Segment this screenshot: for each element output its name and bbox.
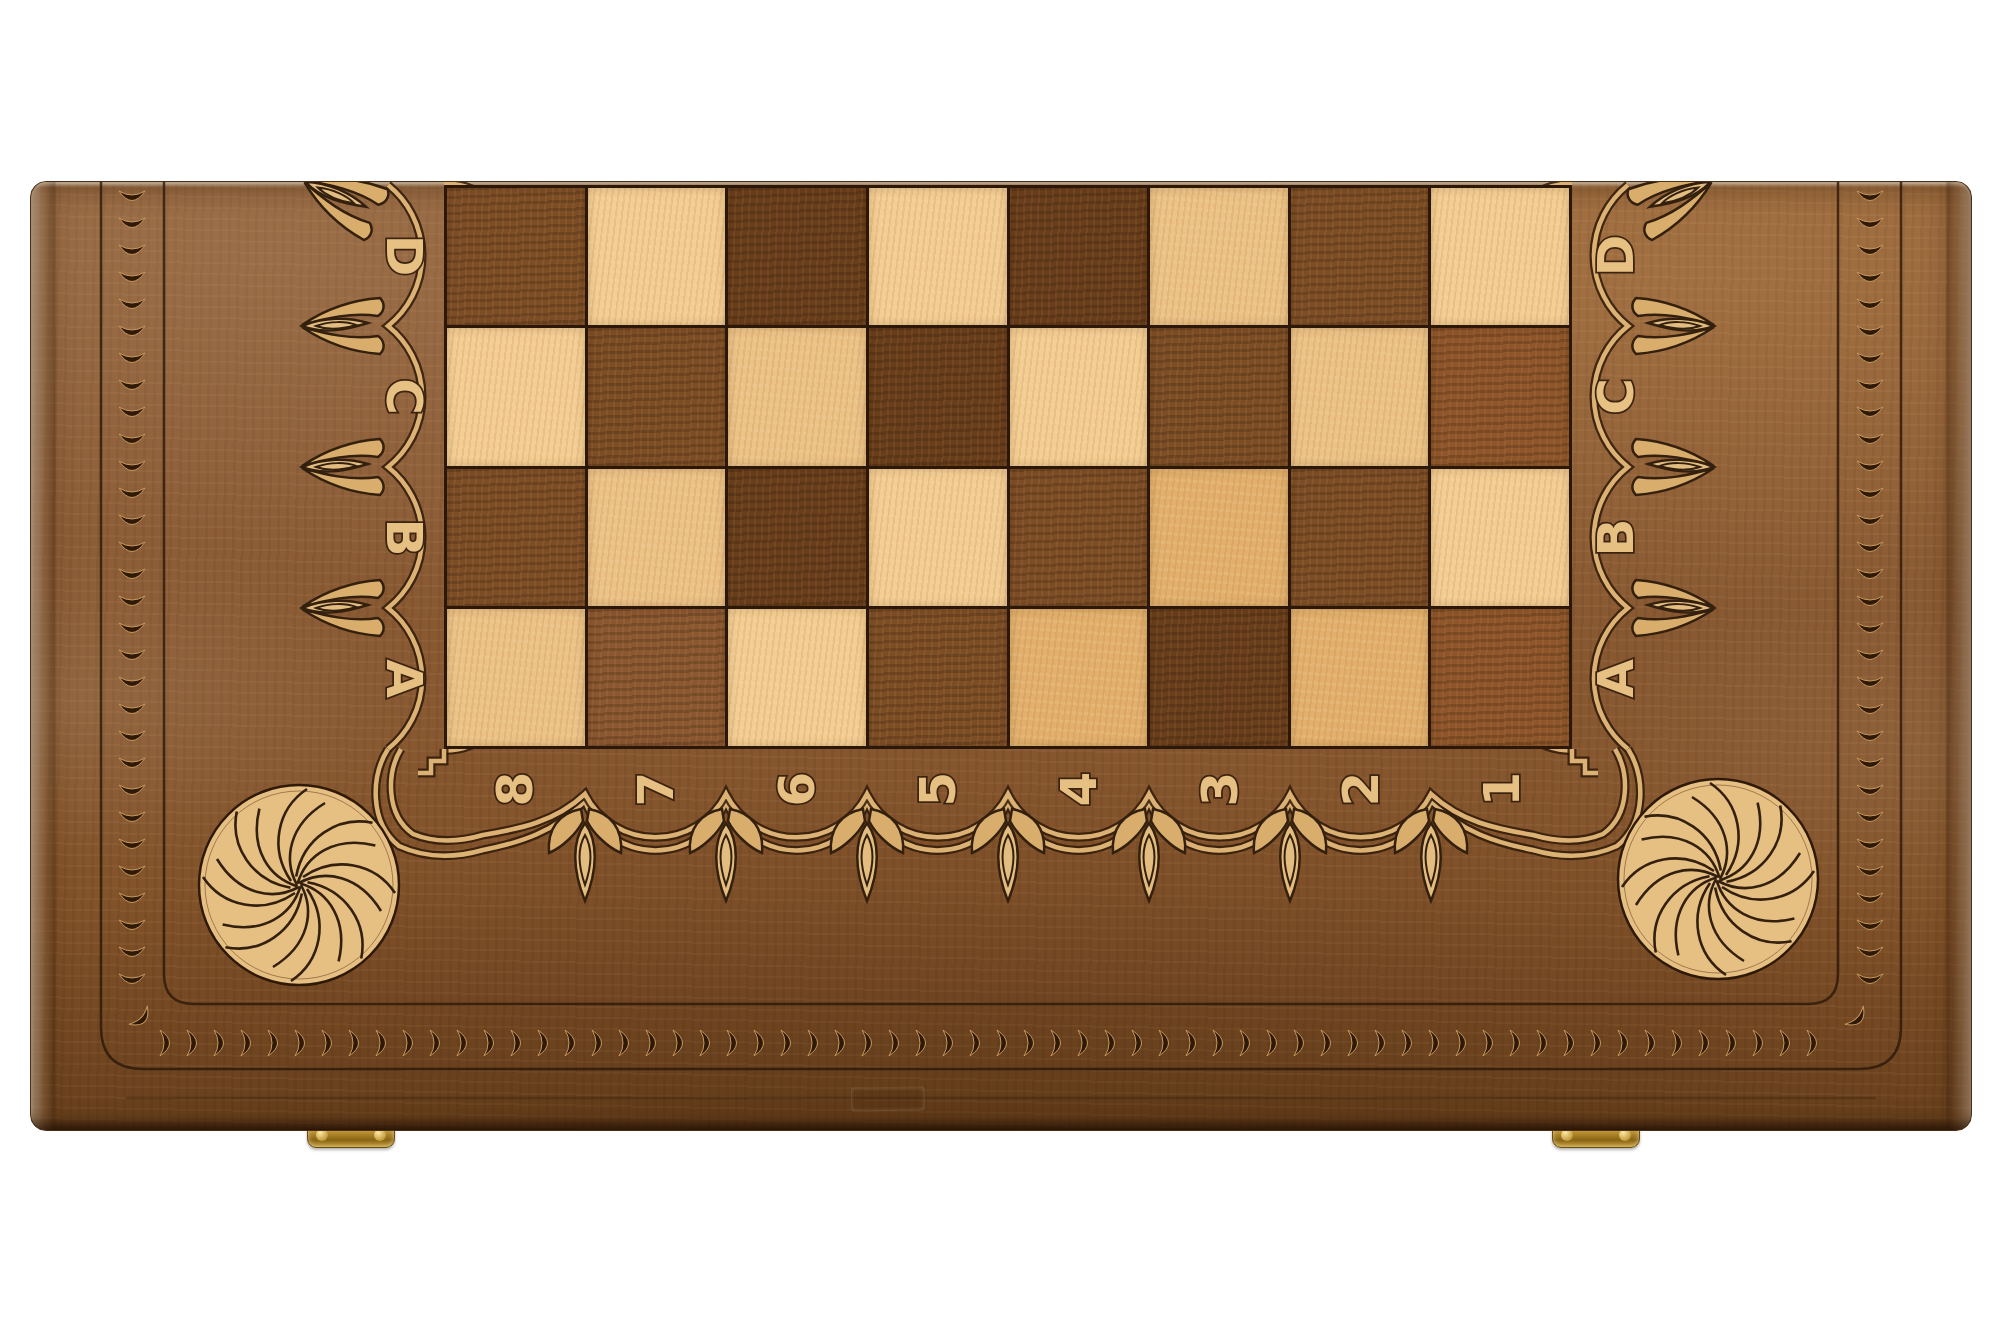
- square-a8: [447, 609, 585, 746]
- square-b8: [447, 469, 585, 606]
- square-a4: [1010, 609, 1148, 746]
- file-label-7: 7: [627, 772, 685, 807]
- square-d6: [728, 188, 866, 325]
- file-label-4: 4: [1050, 772, 1108, 807]
- square-d4: [1010, 188, 1148, 325]
- square-b1: [1431, 469, 1569, 606]
- rank-label-right-c: C: [1587, 378, 1645, 415]
- board-left-edge: [31, 182, 57, 1130]
- square-c5: [869, 328, 1007, 465]
- chess-board-box-lid: D C B A D C B A 8 7 6 5 4 3 2 1: [30, 181, 1972, 1131]
- square-b7: [588, 469, 726, 606]
- square-c4: [1010, 328, 1148, 465]
- file-label-8: 8: [486, 772, 544, 807]
- square-d3: [1150, 188, 1288, 325]
- square-b5: [869, 469, 1007, 606]
- square-c8: [447, 328, 585, 465]
- rank-label-left-a: A: [375, 659, 433, 698]
- square-c3: [1150, 328, 1288, 465]
- square-a1: [1431, 609, 1569, 746]
- square-d1: [1431, 188, 1569, 325]
- square-c2: [1291, 328, 1429, 465]
- rank-label-right-a: A: [1587, 659, 1645, 698]
- file-label-6: 6: [768, 772, 826, 807]
- square-c6: [728, 328, 866, 465]
- file-label-5: 5: [909, 772, 967, 807]
- square-a5: [869, 609, 1007, 746]
- square-a2: [1291, 609, 1429, 746]
- square-c7: [588, 328, 726, 465]
- maker-stamp: [851, 1086, 925, 1111]
- square-d7: [588, 188, 726, 325]
- file-label-2: 2: [1332, 772, 1390, 807]
- rank-label-left-d: D: [375, 235, 433, 277]
- square-b3: [1150, 469, 1288, 606]
- square-c1: [1431, 328, 1569, 465]
- board-bottom-edge: [31, 1108, 1971, 1130]
- rank-label-right-d: D: [1587, 235, 1645, 277]
- rank-label-right-b: B: [1587, 518, 1645, 556]
- square-a7: [588, 609, 726, 746]
- rank-label-left-b: B: [375, 518, 433, 556]
- board-right-edge: [1945, 182, 1971, 1130]
- square-b4: [1010, 469, 1148, 606]
- square-d5: [869, 188, 1007, 325]
- square-b2: [1291, 469, 1429, 606]
- square-d8: [447, 188, 585, 325]
- file-label-3: 3: [1191, 772, 1249, 807]
- file-label-1: 1: [1473, 772, 1531, 807]
- square-d2: [1291, 188, 1429, 325]
- square-b6: [728, 469, 866, 606]
- photo-background: D C B A D C B A 8 7 6 5 4 3 2 1: [0, 0, 2000, 1333]
- square-a6: [728, 609, 866, 746]
- rank-label-left-c: C: [375, 378, 433, 415]
- chessboard-grid: [444, 185, 1572, 749]
- square-a3: [1150, 609, 1288, 746]
